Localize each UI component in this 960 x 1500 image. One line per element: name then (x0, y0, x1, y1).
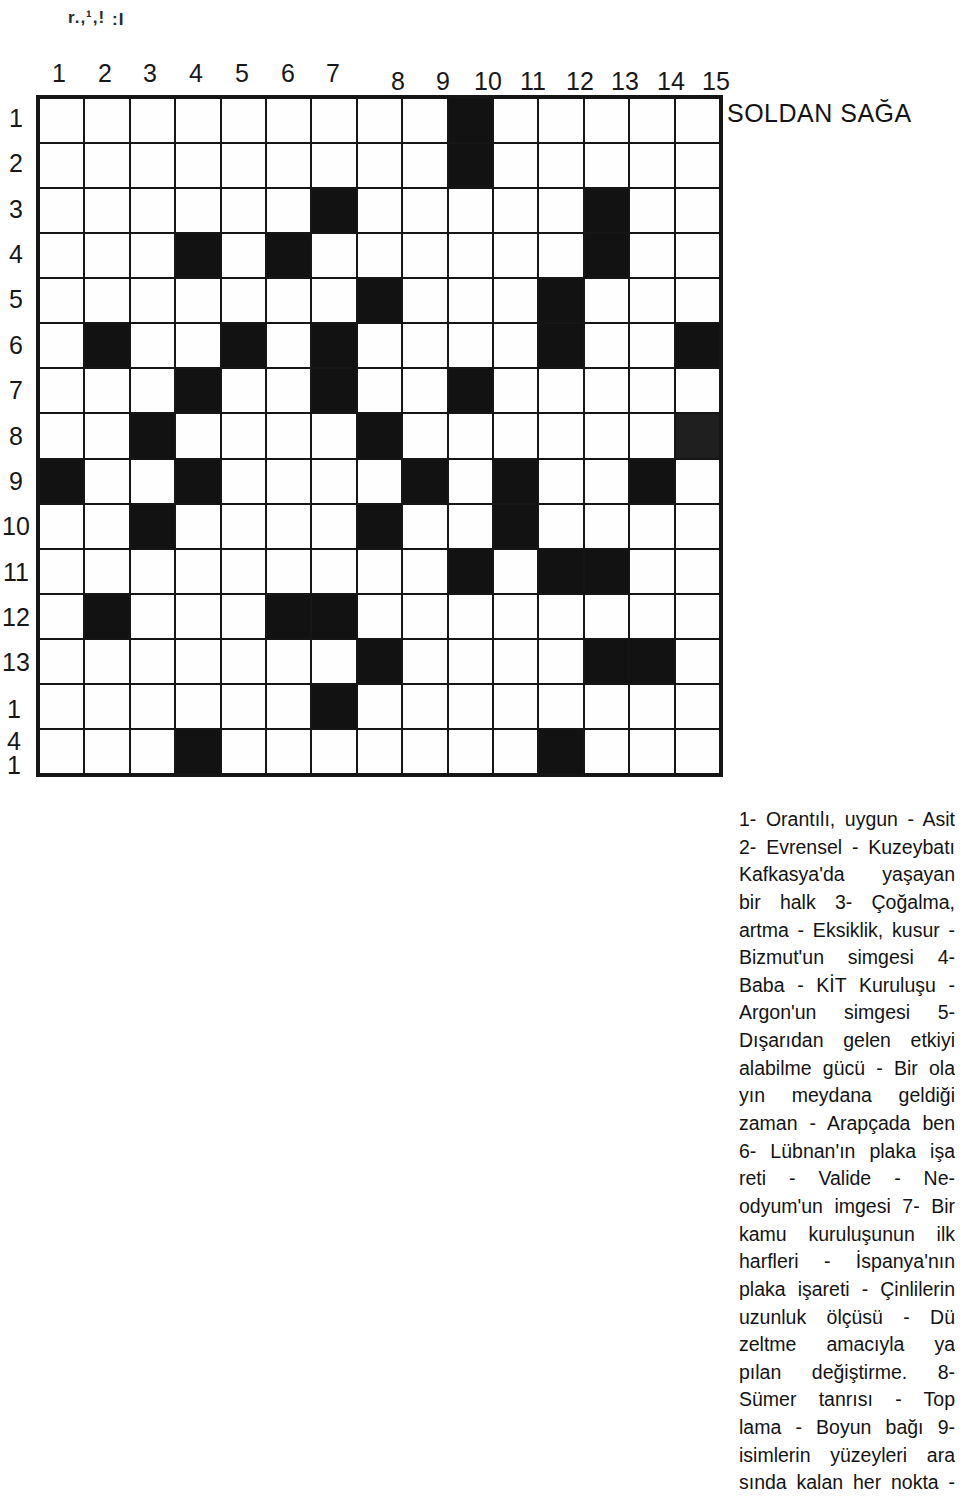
black-cell (176, 369, 219, 412)
white-cell[interactable] (676, 595, 719, 638)
clue-line: Argon'un simgesi 5- (739, 999, 955, 1027)
row-label: 13 (2, 650, 30, 675)
white-cell[interactable] (85, 550, 128, 593)
white-cell[interactable] (40, 234, 83, 277)
white-cell[interactable] (222, 505, 265, 548)
white-cell[interactable] (676, 234, 719, 277)
row-label: 4 (9, 242, 23, 267)
column-label: 6 (281, 61, 295, 86)
white-cell[interactable] (222, 640, 265, 683)
row-label: 1 (7, 697, 21, 722)
white-cell[interactable] (630, 369, 673, 412)
white-cell[interactable] (676, 460, 719, 503)
white-cell[interactable] (630, 414, 673, 457)
white-cell[interactable] (267, 640, 310, 683)
clue-line: 2- Evrensel - Kuzeybatı (739, 834, 955, 862)
white-cell[interactable] (630, 505, 673, 548)
white-cell[interactable] (676, 189, 719, 232)
clue-line: 1- Orantılı, uygun - Asit (739, 806, 955, 834)
white-cell[interactable] (585, 460, 628, 503)
white-cell[interactable] (176, 324, 219, 367)
white-cell[interactable] (585, 144, 628, 187)
white-cell[interactable] (630, 730, 673, 773)
row-label: 6 (9, 333, 23, 358)
white-cell[interactable] (222, 99, 265, 142)
white-cell[interactable] (176, 640, 219, 683)
black-cell (358, 640, 401, 683)
white-cell[interactable] (358, 189, 401, 232)
white-cell[interactable] (494, 144, 537, 187)
black-cell (494, 505, 537, 548)
white-cell[interactable] (131, 369, 174, 412)
white-cell[interactable] (267, 730, 310, 773)
white-cell[interactable] (222, 595, 265, 638)
white-cell[interactable] (449, 640, 492, 683)
white-cell[interactable] (222, 550, 265, 593)
white-cell[interactable] (358, 99, 401, 142)
white-cell[interactable] (403, 550, 446, 593)
white-cell[interactable] (449, 730, 492, 773)
white-cell[interactable] (40, 414, 83, 457)
white-cell[interactable] (40, 99, 83, 142)
white-cell[interactable] (676, 369, 719, 412)
black-cell (131, 414, 174, 457)
black-cell (312, 595, 355, 638)
clue-line: lama - Boyun bağı 9- (739, 1414, 955, 1442)
white-cell[interactable] (131, 189, 174, 232)
black-cell (449, 369, 492, 412)
clue-line: Dışarıdan gelen etkiyi (739, 1027, 955, 1055)
column-label: 11 (520, 69, 546, 94)
white-cell[interactable] (222, 369, 265, 412)
white-cell[interactable] (40, 144, 83, 187)
white-cell[interactable] (449, 685, 492, 728)
white-cell[interactable] (539, 99, 582, 142)
clue-line: Bizmut'un simgesi 4- (739, 944, 955, 972)
white-cell[interactable] (85, 414, 128, 457)
column-label: 1 (52, 61, 66, 86)
white-cell[interactable] (494, 369, 537, 412)
white-cell[interactable] (85, 730, 128, 773)
black-cell (85, 595, 128, 638)
white-cell[interactable] (539, 369, 582, 412)
white-cell[interactable] (40, 595, 83, 638)
row-label: 12 (2, 605, 30, 630)
white-cell[interactable] (40, 189, 83, 232)
clue-line: plaka işareti - Çinlilerin (739, 1276, 955, 1304)
column-label: 4 (189, 61, 203, 86)
clue-line: bir halk 3- Çoğalma, (739, 889, 955, 917)
white-cell[interactable] (585, 369, 628, 412)
row-label: 7 (9, 378, 23, 403)
white-cell[interactable] (585, 730, 628, 773)
white-cell[interactable] (358, 234, 401, 277)
white-cell[interactable] (676, 99, 719, 142)
white-cell[interactable] (222, 414, 265, 457)
clue-line: isimlerin yüzeyleri ara (739, 1442, 955, 1470)
white-cell[interactable] (222, 685, 265, 728)
white-cell[interactable] (358, 550, 401, 593)
white-cell[interactable] (312, 505, 355, 548)
column-label: 3 (143, 61, 157, 86)
black-cell (85, 324, 128, 367)
black-cell (131, 505, 174, 548)
white-cell[interactable] (358, 685, 401, 728)
white-cell[interactable] (131, 279, 174, 322)
black-cell (539, 324, 582, 367)
black-cell (676, 324, 719, 367)
white-cell[interactable] (40, 324, 83, 367)
white-cell[interactable] (131, 730, 174, 773)
black-cell (358, 505, 401, 548)
black-cell (403, 460, 446, 503)
white-cell[interactable] (449, 460, 492, 503)
column-label: 7 (326, 61, 340, 86)
black-cell (449, 550, 492, 593)
black-cell (40, 460, 83, 503)
white-cell[interactable] (267, 685, 310, 728)
column-label: 2 (98, 61, 112, 86)
crossword-grid (36, 95, 723, 777)
white-cell[interactable] (449, 189, 492, 232)
white-cell[interactable] (358, 460, 401, 503)
white-cell[interactable] (449, 234, 492, 277)
white-cell[interactable] (85, 279, 128, 322)
column-label: 15 (702, 69, 730, 94)
white-cell[interactable] (131, 99, 174, 142)
white-cell[interactable] (85, 234, 128, 277)
white-cell[interactable] (312, 234, 355, 277)
white-cell[interactable] (403, 99, 446, 142)
clue-line: uzunluk ölçüsü - Dü (739, 1304, 955, 1332)
white-cell[interactable] (222, 144, 265, 187)
white-cell[interactable] (131, 144, 174, 187)
clue-line: zaman - Arapçada ben (739, 1110, 955, 1138)
white-cell[interactable] (630, 685, 673, 728)
black-cell (176, 234, 219, 277)
white-cell[interactable] (267, 550, 310, 593)
column-label: 13 (611, 69, 639, 94)
white-cell[interactable] (539, 234, 582, 277)
white-cell[interactable] (312, 550, 355, 593)
black-cell (539, 550, 582, 593)
white-cell[interactable] (131, 324, 174, 367)
white-cell[interactable] (585, 279, 628, 322)
white-cell[interactable] (267, 369, 310, 412)
black-cell (630, 460, 673, 503)
white-cell[interactable] (222, 730, 265, 773)
white-cell[interactable] (494, 685, 537, 728)
white-cell[interactable] (630, 189, 673, 232)
white-cell[interactable] (449, 595, 492, 638)
clues-header: SOLDAN SAĞA (727, 99, 912, 128)
white-cell[interactable] (312, 640, 355, 683)
black-cell (449, 144, 492, 187)
clue-line: Baba - KİT Kuruluşu - (739, 972, 955, 1000)
white-cell[interactable] (358, 595, 401, 638)
black-cell (312, 324, 355, 367)
white-cell[interactable] (40, 550, 83, 593)
white-cell[interactable] (85, 99, 128, 142)
white-cell[interactable] (449, 324, 492, 367)
white-cell[interactable] (176, 99, 219, 142)
clue-line: reti - Valide - Ne- (739, 1165, 955, 1193)
column-label: 10 (474, 69, 502, 94)
white-cell[interactable] (267, 414, 310, 457)
black-cell (585, 234, 628, 277)
black-cell (585, 640, 628, 683)
white-cell[interactable] (585, 99, 628, 142)
clue-line: alabilme gücü - Bir ola (739, 1055, 955, 1083)
clue-line: yın meydana geldiği (739, 1082, 955, 1110)
white-cell[interactable] (267, 324, 310, 367)
white-cell[interactable] (676, 640, 719, 683)
white-cell[interactable] (312, 99, 355, 142)
row-label: 9 (9, 469, 23, 494)
white-cell[interactable] (40, 685, 83, 728)
white-cell[interactable] (403, 685, 446, 728)
black-cell (312, 189, 355, 232)
white-cell[interactable] (539, 505, 582, 548)
white-cell[interactable] (403, 189, 446, 232)
white-cell[interactable] (85, 640, 128, 683)
white-cell[interactable] (40, 279, 83, 322)
white-cell[interactable] (585, 505, 628, 548)
black-cell (312, 369, 355, 412)
white-cell[interactable] (539, 460, 582, 503)
white-cell[interactable] (403, 730, 446, 773)
black-cell (267, 595, 310, 638)
white-cell[interactable] (85, 189, 128, 232)
white-cell[interactable] (630, 324, 673, 367)
white-cell[interactable] (403, 324, 446, 367)
white-cell[interactable] (176, 414, 219, 457)
white-cell[interactable] (403, 369, 446, 412)
row-label: 2 (9, 151, 23, 176)
black-cell (676, 414, 719, 457)
black-cell (176, 460, 219, 503)
white-cell[interactable] (494, 595, 537, 638)
white-cell[interactable] (131, 595, 174, 638)
column-label: 9 (436, 69, 450, 94)
white-cell[interactable] (312, 460, 355, 503)
white-cell[interactable] (630, 99, 673, 142)
clue-line: odyum'un imgesi 7- Bir (739, 1193, 955, 1221)
white-cell[interactable] (403, 640, 446, 683)
white-cell[interactable] (494, 730, 537, 773)
white-cell[interactable] (222, 234, 265, 277)
clue-line: sında kalan her nokta - (739, 1469, 955, 1497)
white-cell[interactable] (358, 730, 401, 773)
white-cell[interactable] (176, 279, 219, 322)
clue-line: artma - Eksiklik, kusur - (739, 917, 955, 945)
row-label: 11 (3, 560, 29, 585)
white-cell[interactable] (630, 234, 673, 277)
white-cell[interactable] (267, 460, 310, 503)
white-cell[interactable] (539, 640, 582, 683)
white-cell[interactable] (40, 505, 83, 548)
white-cell[interactable] (539, 189, 582, 232)
black-cell (176, 730, 219, 773)
white-cell[interactable] (449, 279, 492, 322)
clues-text-block: 1- Orantılı, uygun - Asit2- Evrensel - K… (739, 806, 955, 1497)
white-cell[interactable] (312, 144, 355, 187)
black-cell (585, 189, 628, 232)
scan-artifact-right: :I (112, 10, 124, 30)
white-cell[interactable] (585, 595, 628, 638)
row-label: 10 (2, 514, 30, 539)
column-label: 8 (391, 69, 405, 94)
black-cell (267, 234, 310, 277)
white-cell[interactable] (267, 505, 310, 548)
row-label: 5 (9, 287, 23, 312)
white-cell[interactable] (40, 640, 83, 683)
row-label: 1 (9, 106, 23, 131)
white-cell[interactable] (267, 279, 310, 322)
row-label: 8 (9, 424, 23, 449)
black-cell (358, 414, 401, 457)
white-cell[interactable] (539, 144, 582, 187)
black-cell (539, 279, 582, 322)
white-cell[interactable] (222, 189, 265, 232)
white-cell[interactable] (312, 730, 355, 773)
white-cell[interactable] (131, 460, 174, 503)
white-cell[interactable] (630, 550, 673, 593)
white-cell[interactable] (267, 99, 310, 142)
white-cell[interactable] (131, 550, 174, 593)
white-cell[interactable] (85, 685, 128, 728)
white-cell[interactable] (403, 505, 446, 548)
white-cell[interactable] (131, 640, 174, 683)
clue-line: Sümer tanrısı - Top (739, 1386, 955, 1414)
clue-line: Kafkasya'da yaşayan (739, 861, 955, 889)
black-cell (630, 640, 673, 683)
white-cell[interactable] (539, 414, 582, 457)
white-cell[interactable] (267, 144, 310, 187)
white-cell[interactable] (449, 414, 492, 457)
white-cell[interactable] (403, 595, 446, 638)
column-label: 14 (657, 69, 685, 94)
white-cell[interactable] (676, 279, 719, 322)
white-cell[interactable] (85, 460, 128, 503)
column-label: 5 (235, 61, 249, 86)
white-cell[interactable] (676, 730, 719, 773)
white-cell[interactable] (494, 640, 537, 683)
white-cell[interactable] (85, 369, 128, 412)
white-cell[interactable] (176, 595, 219, 638)
white-cell[interactable] (630, 595, 673, 638)
white-cell[interactable] (312, 279, 355, 322)
white-cell[interactable] (176, 189, 219, 232)
white-cell[interactable] (494, 414, 537, 457)
clue-line: kamu kuruluşunun ilk (739, 1221, 955, 1249)
white-cell[interactable] (494, 99, 537, 142)
white-cell[interactable] (585, 324, 628, 367)
white-cell[interactable] (539, 685, 582, 728)
black-cell (312, 685, 355, 728)
clue-line: pılan değiştirme. 8- (739, 1359, 955, 1387)
column-label: 12 (566, 69, 594, 94)
white-cell[interactable] (403, 414, 446, 457)
clue-line: harfleri - İspanya'nın (739, 1248, 955, 1276)
black-cell (494, 460, 537, 503)
black-cell (358, 279, 401, 322)
white-cell[interactable] (358, 144, 401, 187)
white-cell[interactable] (40, 730, 83, 773)
white-cell[interactable] (176, 144, 219, 187)
row-label: 3 (9, 197, 23, 222)
white-cell[interactable] (222, 279, 265, 322)
white-cell[interactable] (630, 144, 673, 187)
white-cell[interactable] (176, 685, 219, 728)
row-label: 1 (7, 753, 21, 778)
white-cell[interactable] (676, 550, 719, 593)
white-cell[interactable] (494, 234, 537, 277)
white-cell[interactable] (222, 460, 265, 503)
white-cell[interactable] (676, 685, 719, 728)
clue-line: zeltme amacıyla ya (739, 1331, 955, 1359)
white-cell[interactable] (494, 324, 537, 367)
white-cell[interactable] (312, 414, 355, 457)
white-cell[interactable] (358, 324, 401, 367)
white-cell[interactable] (176, 505, 219, 548)
white-cell[interactable] (358, 369, 401, 412)
white-cell[interactable] (85, 505, 128, 548)
scan-artifact-left: r.,¹,! (68, 8, 105, 28)
white-cell[interactable] (630, 279, 673, 322)
white-cell[interactable] (267, 189, 310, 232)
black-cell (585, 550, 628, 593)
white-cell[interactable] (676, 144, 719, 187)
white-cell[interactable] (449, 505, 492, 548)
white-cell[interactable] (585, 685, 628, 728)
white-cell[interactable] (494, 189, 537, 232)
black-cell (222, 324, 265, 367)
scanned-crossword-page: r.,¹,! :I 123456789101112131415 12345678… (0, 0, 960, 1500)
black-cell (539, 730, 582, 773)
white-cell[interactable] (676, 505, 719, 548)
black-cell (449, 99, 492, 142)
white-cell[interactable] (176, 550, 219, 593)
white-cell[interactable] (539, 595, 582, 638)
white-cell[interactable] (403, 144, 446, 187)
white-cell[interactable] (494, 279, 537, 322)
white-cell[interactable] (403, 234, 446, 277)
white-cell[interactable] (85, 144, 128, 187)
white-cell[interactable] (494, 550, 537, 593)
white-cell[interactable] (585, 414, 628, 457)
white-cell[interactable] (131, 234, 174, 277)
white-cell[interactable] (40, 369, 83, 412)
white-cell[interactable] (131, 685, 174, 728)
white-cell[interactable] (403, 279, 446, 322)
clue-line: 6- Lübnan'ın plaka işa (739, 1138, 955, 1166)
